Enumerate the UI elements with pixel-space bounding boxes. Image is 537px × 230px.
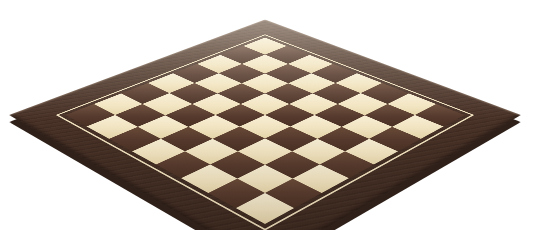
playing-field bbox=[66, 38, 465, 224]
product-photo bbox=[0, 0, 537, 230]
board bbox=[9, 20, 521, 230]
